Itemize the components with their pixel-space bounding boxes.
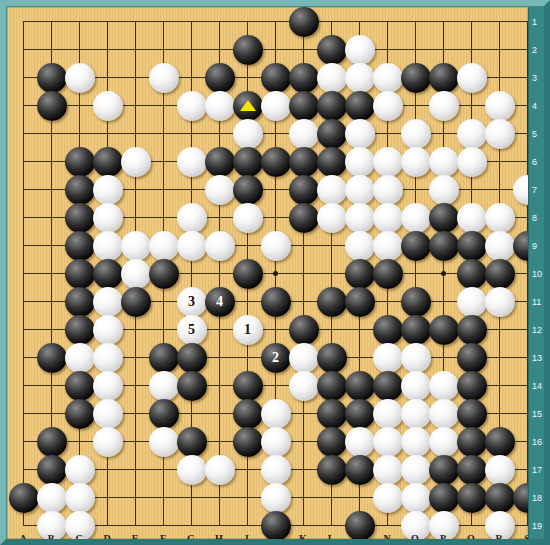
black-stone[interactable] <box>289 7 319 37</box>
white-stone[interactable] <box>429 175 459 205</box>
white-stone[interactable] <box>205 231 235 261</box>
black-stone[interactable] <box>65 399 95 429</box>
white-stone[interactable] <box>345 35 375 65</box>
white-stone[interactable] <box>261 483 291 513</box>
black-stone[interactable] <box>177 343 207 373</box>
white-stone[interactable] <box>373 63 403 93</box>
row-label: 1 <box>532 17 537 27</box>
black-stone[interactable] <box>429 455 459 485</box>
black-stone[interactable] <box>429 315 459 345</box>
row-label: 12 <box>532 325 542 335</box>
white-stone[interactable] <box>289 371 319 401</box>
star-point <box>441 271 446 276</box>
black-stone[interactable] <box>317 427 347 457</box>
white-stone[interactable] <box>177 147 207 177</box>
white-stone[interactable] <box>485 231 515 261</box>
white-stone[interactable] <box>485 119 515 149</box>
black-stone[interactable] <box>289 203 319 233</box>
white-stone[interactable] <box>93 399 123 429</box>
white-stone[interactable] <box>317 175 347 205</box>
column-label: E <box>132 533 139 544</box>
white-stone[interactable] <box>121 231 151 261</box>
black-stone[interactable] <box>233 147 263 177</box>
white-stone[interactable] <box>345 175 375 205</box>
row-label: 4 <box>532 101 537 111</box>
white-stone[interactable] <box>485 203 515 233</box>
black-stone[interactable] <box>317 147 347 177</box>
white-stone[interactable]: 1 <box>233 315 263 345</box>
black-stone[interactable] <box>37 91 67 121</box>
white-stone[interactable] <box>317 203 347 233</box>
black-stone[interactable] <box>149 399 179 429</box>
black-stone[interactable] <box>205 147 235 177</box>
black-stone[interactable] <box>457 455 487 485</box>
column-label: B <box>48 533 55 544</box>
white-stone[interactable] <box>65 483 95 513</box>
white-stone[interactable] <box>373 175 403 205</box>
white-stone[interactable] <box>93 315 123 345</box>
black-stone[interactable] <box>401 287 431 317</box>
white-stone[interactable] <box>149 231 179 261</box>
black-stone[interactable] <box>289 91 319 121</box>
black-stone[interactable] <box>317 399 347 429</box>
black-stone[interactable] <box>37 427 67 457</box>
white-stone[interactable] <box>261 427 291 457</box>
white-stone[interactable] <box>93 91 123 121</box>
black-stone[interactable] <box>289 315 319 345</box>
black-stone[interactable] <box>345 371 375 401</box>
black-stone[interactable] <box>289 147 319 177</box>
black-stone[interactable] <box>401 231 431 261</box>
row-label: 11 <box>532 297 541 307</box>
white-stone[interactable] <box>401 427 431 457</box>
black-stone[interactable] <box>9 483 39 513</box>
row-label: 7 <box>532 185 537 195</box>
go-app-window: 34512ABCDEFGHIJKLMNOPQRS 123456789101112… <box>0 0 550 545</box>
row-label: 5 <box>532 129 537 139</box>
black-stone[interactable] <box>65 287 95 317</box>
white-stone[interactable] <box>373 343 403 373</box>
black-stone[interactable] <box>373 259 403 289</box>
white-stone[interactable] <box>149 427 179 457</box>
column-label: C <box>75 533 82 544</box>
black-stone[interactable] <box>261 63 291 93</box>
white-stone[interactable] <box>149 63 179 93</box>
black-stone[interactable] <box>289 175 319 205</box>
row-label-strip: 12345678910111213141516171819 <box>528 7 544 539</box>
black-stone[interactable] <box>317 343 347 373</box>
row-label: 9 <box>532 241 537 251</box>
black-stone[interactable] <box>149 343 179 373</box>
white-stone[interactable] <box>401 343 431 373</box>
black-stone[interactable] <box>65 147 95 177</box>
white-stone[interactable] <box>233 119 263 149</box>
black-stone[interactable] <box>65 371 95 401</box>
column-label: G <box>187 533 195 544</box>
row-label: 6 <box>532 157 537 167</box>
black-stone[interactable] <box>233 35 263 65</box>
move-number-label: 4 <box>216 295 223 309</box>
column-label: P <box>440 533 446 544</box>
black-stone[interactable] <box>485 483 515 513</box>
black-stone[interactable] <box>233 175 263 205</box>
black-stone[interactable] <box>37 343 67 373</box>
black-stone[interactable] <box>345 455 375 485</box>
triangle-marker <box>240 100 256 111</box>
white-stone[interactable] <box>373 147 403 177</box>
white-stone[interactable] <box>317 63 347 93</box>
white-stone[interactable] <box>93 287 123 317</box>
row-label: 2 <box>532 45 537 55</box>
white-stone[interactable] <box>205 91 235 121</box>
white-stone[interactable] <box>401 483 431 513</box>
black-stone[interactable] <box>317 287 347 317</box>
black-stone[interactable] <box>65 259 95 289</box>
row-label: 13 <box>532 353 542 363</box>
black-stone[interactable] <box>457 427 487 457</box>
white-stone[interactable] <box>401 119 431 149</box>
row-label: 14 <box>532 381 542 391</box>
black-stone[interactable] <box>233 259 263 289</box>
column-label: L <box>328 533 335 544</box>
column-label: O <box>411 533 419 544</box>
move-number-label: 3 <box>188 295 195 309</box>
white-stone[interactable] <box>429 371 459 401</box>
black-stone[interactable] <box>457 231 487 261</box>
white-stone[interactable] <box>485 455 515 485</box>
white-stone[interactable] <box>401 455 431 485</box>
white-stone[interactable] <box>177 91 207 121</box>
column-label: H <box>215 533 223 544</box>
black-stone[interactable] <box>457 315 487 345</box>
move-number-label: 2 <box>272 351 279 365</box>
column-label: Q <box>467 533 475 544</box>
black-stone[interactable] <box>93 147 123 177</box>
black-stone[interactable] <box>261 287 291 317</box>
black-stone[interactable] <box>65 315 95 345</box>
black-stone[interactable] <box>233 427 263 457</box>
white-stone[interactable] <box>177 231 207 261</box>
white-stone[interactable] <box>345 231 375 261</box>
white-stone[interactable] <box>373 427 403 457</box>
row-label: 15 <box>532 409 542 419</box>
column-label: D <box>103 533 110 544</box>
white-stone[interactable] <box>485 91 515 121</box>
white-stone[interactable] <box>121 147 151 177</box>
white-stone[interactable] <box>485 287 515 317</box>
white-stone[interactable] <box>345 147 375 177</box>
star-point <box>273 271 278 276</box>
row-label: 18 <box>532 493 542 503</box>
black-stone[interactable] <box>233 91 263 121</box>
white-stone[interactable] <box>93 343 123 373</box>
black-stone[interactable] <box>317 455 347 485</box>
white-stone[interactable] <box>65 343 95 373</box>
row-label: 3 <box>532 73 537 83</box>
white-stone[interactable] <box>93 175 123 205</box>
black-stone[interactable] <box>429 483 459 513</box>
white-stone[interactable] <box>205 175 235 205</box>
black-stone[interactable] <box>457 343 487 373</box>
black-stone[interactable] <box>205 63 235 93</box>
black-stone[interactable]: 4 <box>205 287 235 317</box>
white-stone[interactable] <box>401 203 431 233</box>
black-stone[interactable] <box>485 259 515 289</box>
white-stone[interactable] <box>345 119 375 149</box>
row-label: 16 <box>532 437 542 447</box>
black-stone[interactable] <box>317 91 347 121</box>
white-stone[interactable] <box>65 455 95 485</box>
white-stone[interactable] <box>429 147 459 177</box>
black-stone[interactable] <box>317 35 347 65</box>
white-stone[interactable] <box>177 203 207 233</box>
white-stone[interactable] <box>93 231 123 261</box>
column-label: J <box>273 533 278 544</box>
black-stone[interactable] <box>457 371 487 401</box>
black-stone[interactable] <box>485 427 515 457</box>
white-stone[interactable] <box>429 427 459 457</box>
white-stone[interactable] <box>401 399 431 429</box>
white-stone[interactable] <box>233 203 263 233</box>
black-stone[interactable] <box>233 399 263 429</box>
white-stone[interactable] <box>457 119 487 149</box>
white-stone[interactable] <box>373 203 403 233</box>
black-stone[interactable] <box>373 371 403 401</box>
white-stone[interactable] <box>457 63 487 93</box>
row-label: 10 <box>532 269 542 279</box>
white-stone[interactable] <box>289 343 319 373</box>
white-stone[interactable] <box>149 371 179 401</box>
white-stone[interactable]: 5 <box>177 315 207 345</box>
white-stone[interactable] <box>345 427 375 457</box>
white-stone[interactable] <box>205 455 235 485</box>
black-stone[interactable] <box>37 63 67 93</box>
black-stone[interactable] <box>177 371 207 401</box>
white-stone[interactable] <box>93 427 123 457</box>
grid-line-v <box>23 21 24 526</box>
column-label: N <box>383 533 390 544</box>
row-label: 8 <box>532 213 537 223</box>
black-stone[interactable] <box>401 315 431 345</box>
white-stone[interactable] <box>373 483 403 513</box>
black-stone[interactable] <box>177 427 207 457</box>
black-stone[interactable] <box>317 119 347 149</box>
black-stone[interactable] <box>345 287 375 317</box>
row-label: 17 <box>532 465 542 475</box>
white-stone[interactable] <box>93 371 123 401</box>
black-stone[interactable] <box>429 203 459 233</box>
white-stone[interactable] <box>177 455 207 485</box>
white-stone[interactable] <box>373 399 403 429</box>
white-stone[interactable] <box>65 63 95 93</box>
white-stone[interactable] <box>401 147 431 177</box>
white-stone[interactable] <box>121 259 151 289</box>
white-stone[interactable] <box>345 63 375 93</box>
black-stone[interactable] <box>65 231 95 261</box>
black-stone[interactable] <box>261 147 291 177</box>
black-stone[interactable] <box>429 63 459 93</box>
black-stone[interactable] <box>317 371 347 401</box>
move-number-label: 5 <box>188 323 195 337</box>
white-stone[interactable] <box>37 483 67 513</box>
black-stone[interactable] <box>429 231 459 261</box>
white-stone[interactable] <box>261 91 291 121</box>
column-label: M <box>354 533 363 544</box>
black-stone[interactable] <box>65 175 95 205</box>
column-label: A <box>19 533 26 544</box>
goban[interactable]: 34512ABCDEFGHIJKLMNOPQRS <box>7 7 528 539</box>
white-stone[interactable] <box>289 119 319 149</box>
black-stone[interactable] <box>401 63 431 93</box>
white-stone[interactable] <box>457 147 487 177</box>
white-stone[interactable] <box>373 231 403 261</box>
white-stone[interactable] <box>401 371 431 401</box>
black-stone[interactable] <box>65 203 95 233</box>
white-stone[interactable] <box>261 399 291 429</box>
black-stone[interactable] <box>289 63 319 93</box>
black-stone[interactable] <box>149 259 179 289</box>
column-label: F <box>160 533 166 544</box>
white-stone[interactable] <box>457 287 487 317</box>
black-stone[interactable] <box>373 315 403 345</box>
white-stone[interactable] <box>373 455 403 485</box>
black-stone[interactable]: 2 <box>261 343 291 373</box>
white-stone[interactable] <box>373 91 403 121</box>
black-stone[interactable] <box>121 287 151 317</box>
white-stone[interactable] <box>345 203 375 233</box>
black-stone[interactable] <box>345 91 375 121</box>
row-label: 19 <box>532 521 542 531</box>
black-stone[interactable] <box>93 259 123 289</box>
column-label: I <box>245 533 249 544</box>
white-stone[interactable] <box>261 231 291 261</box>
black-stone[interactable] <box>233 371 263 401</box>
white-stone[interactable] <box>429 91 459 121</box>
white-stone[interactable] <box>429 399 459 429</box>
white-stone[interactable] <box>93 203 123 233</box>
white-stone[interactable] <box>457 203 487 233</box>
move-number-label: 1 <box>244 323 251 337</box>
black-stone[interactable] <box>457 399 487 429</box>
black-stone[interactable] <box>457 483 487 513</box>
column-label: K <box>299 533 307 544</box>
black-stone[interactable] <box>457 259 487 289</box>
white-stone[interactable]: 3 <box>177 287 207 317</box>
black-stone[interactable] <box>345 259 375 289</box>
black-stone[interactable] <box>345 399 375 429</box>
black-stone[interactable] <box>37 455 67 485</box>
white-stone[interactable] <box>261 455 291 485</box>
column-label: R <box>495 533 502 544</box>
